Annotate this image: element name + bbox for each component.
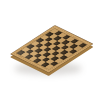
photo-background xyxy=(0,0,100,100)
